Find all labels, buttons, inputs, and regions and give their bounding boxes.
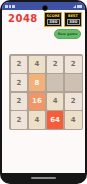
battery-icon bbox=[77, 5, 82, 8]
tile-2-r3c1: 2 bbox=[11, 93, 28, 110]
tile-64-r4c3: 64 bbox=[47, 111, 64, 128]
notification-icon bbox=[12, 5, 15, 8]
empty-cell-r2c3 bbox=[47, 74, 64, 91]
tile-2-r1c4: 2 bbox=[65, 56, 82, 73]
best-box: BEST 380 bbox=[64, 12, 82, 27]
score-value: 380 bbox=[49, 20, 57, 24]
tile-2-r3c4: 2 bbox=[65, 93, 82, 110]
tile-16-r3c2: 16 bbox=[29, 93, 46, 110]
camera-punch-hole bbox=[42, 5, 48, 11]
score-box: SCORE 380 bbox=[44, 12, 62, 27]
tile-4-r1c2: 4 bbox=[29, 56, 46, 73]
score-value-box: 380 bbox=[47, 19, 60, 25]
status-icons-right bbox=[73, 5, 83, 8]
tile-4-r3c3: 4 bbox=[47, 93, 64, 110]
new-game-label: New game bbox=[58, 32, 78, 36]
best-label: BEST bbox=[68, 14, 78, 18]
best-value: 380 bbox=[69, 20, 77, 24]
tile-8-r2c2: 8 bbox=[29, 74, 46, 91]
tile-2-r1c3: 2 bbox=[47, 56, 64, 73]
new-game-button[interactable]: New game bbox=[54, 29, 81, 39]
tile-4-r4c2: 4 bbox=[29, 111, 46, 128]
home-indicator[interactable] bbox=[31, 177, 56, 180]
game-title: 2048 bbox=[8, 13, 38, 24]
empty-cell-r2c4 bbox=[65, 74, 82, 91]
tile-2-r2c1: 2 bbox=[11, 74, 28, 91]
board[interactable]: 2422282164224644 bbox=[9, 54, 83, 130]
phone-frame: 2048 SCORE 380 BEST 380 New game bbox=[0, 0, 87, 184]
notification-icon bbox=[5, 5, 8, 8]
best-value-box: 380 bbox=[67, 19, 80, 25]
score-panel: SCORE 380 BEST 380 bbox=[44, 12, 82, 27]
screen: 2048 SCORE 380 BEST 380 New game bbox=[2, 2, 85, 173]
score-label: SCORE bbox=[46, 14, 59, 18]
tile-4-r4c4: 4 bbox=[65, 111, 82, 128]
notification-icons bbox=[5, 5, 15, 8]
signal-icon bbox=[73, 5, 76, 8]
tile-2-r4c1: 2 bbox=[11, 111, 28, 128]
notification-icon bbox=[9, 5, 12, 8]
tile-2-r1c1: 2 bbox=[11, 56, 28, 73]
